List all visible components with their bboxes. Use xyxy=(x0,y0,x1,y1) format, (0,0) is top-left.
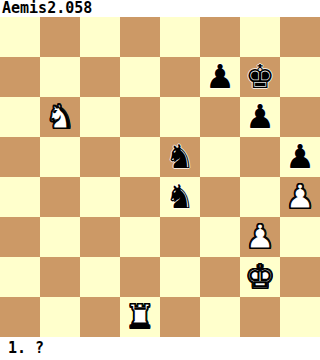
square-e1[interactable] xyxy=(160,297,200,337)
piece-black-king: ♚ xyxy=(245,57,275,97)
square-d4[interactable] xyxy=(120,177,160,217)
square-g4[interactable] xyxy=(240,177,280,217)
square-g1[interactable] xyxy=(240,297,280,337)
square-c7[interactable] xyxy=(80,57,120,97)
square-h6[interactable] xyxy=(280,97,320,137)
piece-white-knight: ♞ xyxy=(45,97,75,137)
square-h2[interactable] xyxy=(280,257,320,297)
square-f2[interactable] xyxy=(200,257,240,297)
square-h7[interactable] xyxy=(280,57,320,97)
square-h4[interactable]: ♟ xyxy=(280,177,320,217)
square-b5[interactable] xyxy=(40,137,80,177)
square-g6[interactable]: ♟ xyxy=(240,97,280,137)
puzzle-title: Aemis2.058 xyxy=(0,0,92,17)
square-c5[interactable] xyxy=(80,137,120,177)
square-b6[interactable]: ♞ xyxy=(40,97,80,137)
square-d8[interactable] xyxy=(120,17,160,57)
square-f8[interactable] xyxy=(200,17,240,57)
piece-black-knight: ♞ xyxy=(165,137,195,177)
square-a5[interactable] xyxy=(0,137,40,177)
square-c1[interactable] xyxy=(80,297,120,337)
square-b7[interactable] xyxy=(40,57,80,97)
square-d6[interactable] xyxy=(120,97,160,137)
square-h5[interactable]: ♟ xyxy=(280,137,320,177)
chess-puzzle-window: Aemis2.058 ♟♚♞♟♞♟♞♟♟♚♜ 1. ? xyxy=(0,0,320,360)
square-f7[interactable]: ♟ xyxy=(200,57,240,97)
piece-black-pawn: ♟ xyxy=(245,97,275,137)
square-e3[interactable] xyxy=(160,217,200,257)
square-g7[interactable]: ♚ xyxy=(240,57,280,97)
square-e4[interactable]: ♞ xyxy=(160,177,200,217)
square-d5[interactable] xyxy=(120,137,160,177)
piece-white-rook: ♜ xyxy=(125,297,155,337)
square-c6[interactable] xyxy=(80,97,120,137)
piece-black-knight: ♞ xyxy=(165,177,195,217)
square-e8[interactable] xyxy=(160,17,200,57)
square-g3[interactable]: ♟ xyxy=(240,217,280,257)
square-h3[interactable] xyxy=(280,217,320,257)
square-d1[interactable]: ♜ xyxy=(120,297,160,337)
square-f3[interactable] xyxy=(200,217,240,257)
piece-white-king: ♚ xyxy=(245,257,275,297)
square-a2[interactable] xyxy=(0,257,40,297)
square-e7[interactable] xyxy=(160,57,200,97)
square-f1[interactable] xyxy=(200,297,240,337)
piece-black-pawn: ♟ xyxy=(205,57,235,97)
piece-black-pawn: ♟ xyxy=(285,137,315,177)
square-c4[interactable] xyxy=(80,177,120,217)
move-prompt: 1. ? xyxy=(0,337,44,360)
square-d3[interactable] xyxy=(120,217,160,257)
square-b3[interactable] xyxy=(40,217,80,257)
square-a7[interactable] xyxy=(0,57,40,97)
chess-board: ♟♚♞♟♞♟♞♟♟♚♜ xyxy=(0,17,320,337)
square-c8[interactable] xyxy=(80,17,120,57)
square-b4[interactable] xyxy=(40,177,80,217)
square-e5[interactable]: ♞ xyxy=(160,137,200,177)
square-g5[interactable] xyxy=(240,137,280,177)
square-b1[interactable] xyxy=(40,297,80,337)
square-a3[interactable] xyxy=(0,217,40,257)
square-a6[interactable] xyxy=(0,97,40,137)
square-a1[interactable] xyxy=(0,297,40,337)
piece-white-pawn: ♟ xyxy=(245,217,275,257)
square-c3[interactable] xyxy=(80,217,120,257)
square-d7[interactable] xyxy=(120,57,160,97)
square-c2[interactable] xyxy=(80,257,120,297)
square-h1[interactable] xyxy=(280,297,320,337)
square-g8[interactable] xyxy=(240,17,280,57)
square-e2[interactable] xyxy=(160,257,200,297)
square-g2[interactable]: ♚ xyxy=(240,257,280,297)
square-f6[interactable] xyxy=(200,97,240,137)
square-f5[interactable] xyxy=(200,137,240,177)
square-h8[interactable] xyxy=(280,17,320,57)
title-bar: Aemis2.058 xyxy=(0,0,320,17)
square-b8[interactable] xyxy=(40,17,80,57)
square-b2[interactable] xyxy=(40,257,80,297)
square-d2[interactable] xyxy=(120,257,160,297)
footer-bar: 1. ? xyxy=(0,337,320,360)
square-a4[interactable] xyxy=(0,177,40,217)
square-f4[interactable] xyxy=(200,177,240,217)
square-a8[interactable] xyxy=(0,17,40,57)
square-e6[interactable] xyxy=(160,97,200,137)
piece-white-pawn: ♟ xyxy=(285,177,315,217)
